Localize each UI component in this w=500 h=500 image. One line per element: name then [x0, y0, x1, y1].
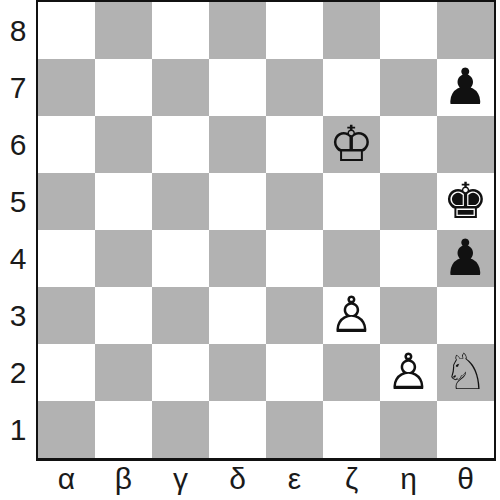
square-α2[interactable]	[38, 344, 95, 401]
square-θ6[interactable]	[437, 116, 494, 173]
chess-board: ♟♔♚♟♙♙♘	[36, 0, 496, 461]
square-γ2[interactable]	[152, 344, 209, 401]
square-α1[interactable]	[38, 401, 95, 458]
square-ζ5[interactable]	[323, 173, 380, 230]
square-ε3[interactable]	[266, 287, 323, 344]
square-α4[interactable]	[38, 230, 95, 287]
white-knight-piece[interactable]: ♘	[443, 344, 488, 401]
square-ε5[interactable]	[266, 173, 323, 230]
file-label-γ: γ	[152, 464, 209, 500]
square-δ2[interactable]	[209, 344, 266, 401]
rank-label-5: 5	[0, 173, 36, 230]
rank-label-7: 7	[0, 59, 36, 116]
square-β2[interactable]	[95, 344, 152, 401]
square-α8[interactable]	[38, 2, 95, 59]
square-θ2[interactable]: ♘	[437, 344, 494, 401]
rank-label-8: 8	[0, 2, 36, 59]
white-king-piece[interactable]: ♔	[329, 116, 374, 173]
file-label-θ: θ	[437, 464, 494, 500]
square-η8[interactable]	[380, 2, 437, 59]
file-labels: αβγδεζηθ	[36, 464, 496, 500]
square-α6[interactable]	[38, 116, 95, 173]
square-γ3[interactable]	[152, 287, 209, 344]
black-pawn-piece[interactable]: ♟	[443, 230, 488, 287]
square-η6[interactable]	[380, 116, 437, 173]
square-ε7[interactable]	[266, 59, 323, 116]
square-δ6[interactable]	[209, 116, 266, 173]
square-η2[interactable]: ♙	[380, 344, 437, 401]
file-label-ε: ε	[266, 464, 323, 500]
rank-label-6: 6	[0, 116, 36, 173]
square-θ3[interactable]	[437, 287, 494, 344]
black-pawn-piece[interactable]: ♟	[443, 59, 488, 116]
file-label-η: η	[380, 464, 437, 500]
square-θ4[interactable]: ♟	[437, 230, 494, 287]
square-δ8[interactable]	[209, 2, 266, 59]
square-β7[interactable]	[95, 59, 152, 116]
square-ζ6[interactable]: ♔	[323, 116, 380, 173]
square-ε1[interactable]	[266, 401, 323, 458]
square-θ7[interactable]: ♟	[437, 59, 494, 116]
square-θ5[interactable]: ♚	[437, 173, 494, 230]
square-γ1[interactable]	[152, 401, 209, 458]
square-η5[interactable]	[380, 173, 437, 230]
square-θ1[interactable]	[437, 401, 494, 458]
square-η1[interactable]	[380, 401, 437, 458]
square-β5[interactable]	[95, 173, 152, 230]
square-ζ3[interactable]: ♙	[323, 287, 380, 344]
rank-label-2: 2	[0, 344, 36, 401]
white-pawn-piece[interactable]: ♙	[329, 287, 374, 344]
square-α3[interactable]	[38, 287, 95, 344]
square-γ6[interactable]	[152, 116, 209, 173]
square-ζ2[interactable]	[323, 344, 380, 401]
square-γ5[interactable]	[152, 173, 209, 230]
square-θ8[interactable]	[437, 2, 494, 59]
square-β1[interactable]	[95, 401, 152, 458]
black-king-piece[interactable]: ♚	[443, 173, 488, 230]
file-label-β: β	[95, 464, 152, 500]
rank-label-1: 1	[0, 401, 36, 458]
square-δ7[interactable]	[209, 59, 266, 116]
white-pawn-piece[interactable]: ♙	[386, 344, 431, 401]
square-β4[interactable]	[95, 230, 152, 287]
square-ε6[interactable]	[266, 116, 323, 173]
square-γ4[interactable]	[152, 230, 209, 287]
square-ε8[interactable]	[266, 2, 323, 59]
square-η7[interactable]	[380, 59, 437, 116]
square-ε2[interactable]	[266, 344, 323, 401]
square-α5[interactable]	[38, 173, 95, 230]
square-η3[interactable]	[380, 287, 437, 344]
file-label-α: α	[38, 464, 95, 500]
square-β8[interactable]	[95, 2, 152, 59]
square-η4[interactable]	[380, 230, 437, 287]
rank-label-3: 3	[0, 287, 36, 344]
square-γ8[interactable]	[152, 2, 209, 59]
square-δ1[interactable]	[209, 401, 266, 458]
square-δ4[interactable]	[209, 230, 266, 287]
square-δ5[interactable]	[209, 173, 266, 230]
square-β6[interactable]	[95, 116, 152, 173]
square-ζ4[interactable]	[323, 230, 380, 287]
square-α7[interactable]	[38, 59, 95, 116]
file-label-δ: δ	[209, 464, 266, 500]
square-δ3[interactable]	[209, 287, 266, 344]
square-ζ7[interactable]	[323, 59, 380, 116]
rank-label-4: 4	[0, 230, 36, 287]
file-label-ζ: ζ	[323, 464, 380, 500]
square-ζ8[interactable]	[323, 2, 380, 59]
square-ζ1[interactable]	[323, 401, 380, 458]
chess-diagram: 87654321 ♟♔♚♟♙♙♘ αβγδεζηθ	[0, 0, 500, 500]
rank-labels: 87654321	[0, 0, 36, 462]
square-β3[interactable]	[95, 287, 152, 344]
square-ε4[interactable]	[266, 230, 323, 287]
square-γ7[interactable]	[152, 59, 209, 116]
